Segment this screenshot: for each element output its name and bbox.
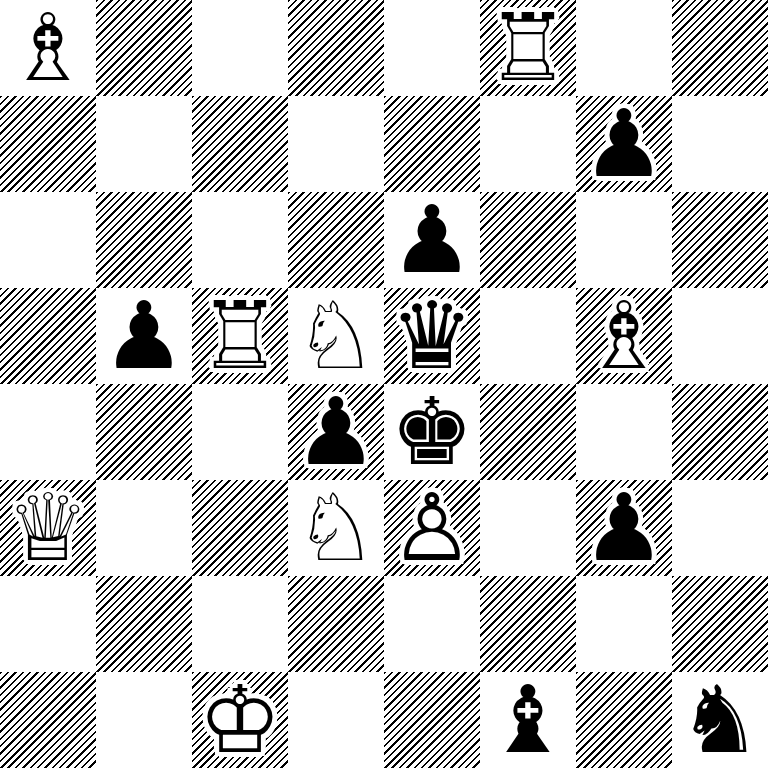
square-a3[interactable]: ♛♕ <box>0 480 96 576</box>
piece-white-rook-c5[interactable]: ♜♖ <box>192 288 288 384</box>
square-b7[interactable] <box>96 96 192 192</box>
square-f7[interactable] <box>480 96 576 192</box>
black-pawn-glyph: ♟ <box>384 192 480 288</box>
square-a8[interactable]: ♝♗ <box>0 0 96 96</box>
white-knight-glyph: ♘ <box>288 480 384 576</box>
piece-black-pawn-d4[interactable]: ♟ <box>288 384 384 480</box>
piece-white-knight-d3[interactable]: ♞♘ <box>288 480 384 576</box>
square-b5[interactable]: ♟ <box>96 288 192 384</box>
piece-white-bishop-a8[interactable]: ♝♗ <box>0 0 96 96</box>
piece-black-bishop-f1[interactable]: ♝ <box>480 672 576 768</box>
piece-white-rook-f8[interactable]: ♜♖ <box>480 0 576 96</box>
square-f4[interactable] <box>480 384 576 480</box>
square-b6[interactable] <box>96 192 192 288</box>
square-h8[interactable] <box>672 0 768 96</box>
piece-black-knight-h1[interactable]: ♞ <box>672 672 768 768</box>
square-e1[interactable] <box>384 672 480 768</box>
square-g5[interactable]: ♝♗ <box>576 288 672 384</box>
black-pawn-glyph: ♟ <box>576 96 672 192</box>
square-g2[interactable] <box>576 576 672 672</box>
square-h1[interactable]: ♞ <box>672 672 768 768</box>
square-g3[interactable]: ♟ <box>576 480 672 576</box>
square-c1[interactable]: ♚♔ <box>192 672 288 768</box>
square-f6[interactable] <box>480 192 576 288</box>
white-rook-glyph: ♖ <box>480 0 576 96</box>
white-rook-glyph: ♖ <box>192 288 288 384</box>
piece-black-pawn-b5[interactable]: ♟ <box>96 288 192 384</box>
square-f8[interactable]: ♜♖ <box>480 0 576 96</box>
square-a1[interactable] <box>0 672 96 768</box>
square-h4[interactable] <box>672 384 768 480</box>
square-g8[interactable] <box>576 0 672 96</box>
piece-white-bishop-g5[interactable]: ♝♗ <box>576 288 672 384</box>
square-h3[interactable] <box>672 480 768 576</box>
black-pawn-glyph: ♟ <box>288 384 384 480</box>
black-pawn-glyph: ♟ <box>576 480 672 576</box>
square-a4[interactable] <box>0 384 96 480</box>
square-c7[interactable] <box>192 96 288 192</box>
piece-black-queen-e5[interactable]: ♛ <box>384 288 480 384</box>
piece-white-king-c1[interactable]: ♚♔ <box>192 672 288 768</box>
piece-white-queen-a3[interactable]: ♛♕ <box>0 480 96 576</box>
white-pawn-glyph: ♙ <box>384 480 480 576</box>
white-knight-glyph: ♘ <box>288 288 384 384</box>
square-e6[interactable]: ♟ <box>384 192 480 288</box>
piece-black-pawn-g3[interactable]: ♟ <box>576 480 672 576</box>
square-c6[interactable] <box>192 192 288 288</box>
square-g4[interactable] <box>576 384 672 480</box>
square-b1[interactable] <box>96 672 192 768</box>
square-d7[interactable] <box>288 96 384 192</box>
square-d1[interactable] <box>288 672 384 768</box>
piece-white-knight-d5[interactable]: ♞♘ <box>288 288 384 384</box>
piece-black-pawn-e6[interactable]: ♟ <box>384 192 480 288</box>
square-b4[interactable] <box>96 384 192 480</box>
square-h2[interactable] <box>672 576 768 672</box>
square-e7[interactable] <box>384 96 480 192</box>
square-c5[interactable]: ♜♖ <box>192 288 288 384</box>
chess-board: ♝♗♜♖♟♟♟♜♖♞♘♛♝♗♟♚♛♕♞♘♟♙♟♚♔♝♞ <box>0 0 768 768</box>
square-c8[interactable] <box>192 0 288 96</box>
square-h5[interactable] <box>672 288 768 384</box>
square-e3[interactable]: ♟♙ <box>384 480 480 576</box>
square-a5[interactable] <box>0 288 96 384</box>
square-f2[interactable] <box>480 576 576 672</box>
black-king-glyph: ♚ <box>384 384 480 480</box>
square-d4[interactable]: ♟ <box>288 384 384 480</box>
piece-black-pawn-g7[interactable]: ♟ <box>576 96 672 192</box>
square-g7[interactable]: ♟ <box>576 96 672 192</box>
square-e8[interactable] <box>384 0 480 96</box>
white-queen-glyph: ♕ <box>0 480 96 576</box>
black-knight-glyph: ♞ <box>672 672 768 768</box>
square-c2[interactable] <box>192 576 288 672</box>
square-h6[interactable] <box>672 192 768 288</box>
square-b3[interactable] <box>96 480 192 576</box>
square-c3[interactable] <box>192 480 288 576</box>
square-a2[interactable] <box>0 576 96 672</box>
square-b8[interactable] <box>96 0 192 96</box>
square-f3[interactable] <box>480 480 576 576</box>
black-pawn-glyph: ♟ <box>96 288 192 384</box>
square-e2[interactable] <box>384 576 480 672</box>
square-h7[interactable] <box>672 96 768 192</box>
square-g6[interactable] <box>576 192 672 288</box>
black-bishop-glyph: ♝ <box>480 672 576 768</box>
square-e4[interactable]: ♚ <box>384 384 480 480</box>
square-d5[interactable]: ♞♘ <box>288 288 384 384</box>
square-d8[interactable] <box>288 0 384 96</box>
square-b2[interactable] <box>96 576 192 672</box>
white-bishop-glyph: ♗ <box>0 0 96 96</box>
square-f5[interactable] <box>480 288 576 384</box>
square-c4[interactable] <box>192 384 288 480</box>
square-a6[interactable] <box>0 192 96 288</box>
square-d6[interactable] <box>288 192 384 288</box>
square-e5[interactable]: ♛ <box>384 288 480 384</box>
square-g1[interactable] <box>576 672 672 768</box>
piece-black-king-e4[interactable]: ♚ <box>384 384 480 480</box>
square-f1[interactable]: ♝ <box>480 672 576 768</box>
square-d3[interactable]: ♞♘ <box>288 480 384 576</box>
square-d2[interactable] <box>288 576 384 672</box>
white-bishop-glyph: ♗ <box>576 288 672 384</box>
black-queen-glyph: ♛ <box>384 288 480 384</box>
piece-white-pawn-e3[interactable]: ♟♙ <box>384 480 480 576</box>
square-a7[interactable] <box>0 96 96 192</box>
white-king-glyph: ♔ <box>192 672 288 768</box>
